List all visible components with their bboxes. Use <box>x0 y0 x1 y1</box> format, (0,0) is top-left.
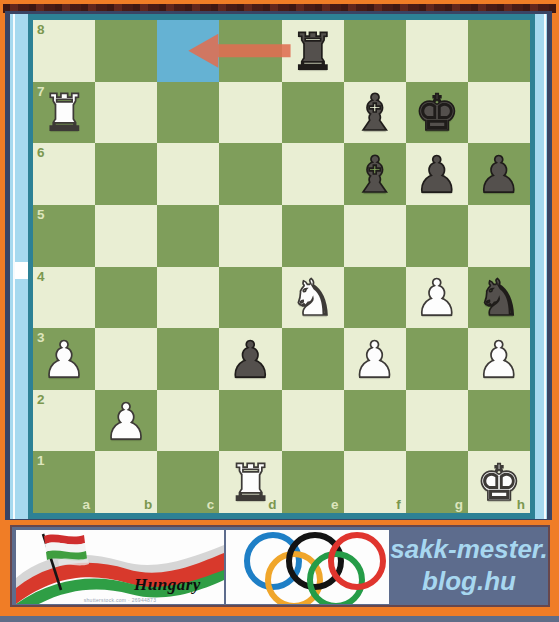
square-c8[interactable] <box>157 20 219 82</box>
black-rook[interactable]: ♜ <box>290 27 335 77</box>
file-label-c: c <box>207 498 215 512</box>
black-pawn[interactable]: ♟ <box>477 150 522 200</box>
square-a5[interactable]: 5 <box>33 205 95 267</box>
square-b1[interactable]: b <box>95 451 157 513</box>
square-a8[interactable]: 8 <box>33 20 95 82</box>
square-e4[interactable]: ♞ <box>282 267 344 329</box>
square-b3[interactable] <box>95 328 157 390</box>
square-b7[interactable] <box>95 82 157 144</box>
square-f2[interactable] <box>344 390 406 452</box>
square-e3[interactable] <box>282 328 344 390</box>
square-g2[interactable] <box>406 390 468 452</box>
square-h5[interactable] <box>468 205 530 267</box>
square-g8[interactable] <box>406 20 468 82</box>
square-d3[interactable]: ♟ <box>219 328 281 390</box>
square-b6[interactable] <box>95 143 157 205</box>
rank-label-6: 6 <box>37 146 45 160</box>
square-c6[interactable] <box>157 143 219 205</box>
square-e1[interactable]: e <box>282 451 344 513</box>
square-h8[interactable] <box>468 20 530 82</box>
white-rook[interactable]: ♜ <box>42 88 87 138</box>
square-b4[interactable] <box>95 267 157 329</box>
square-c5[interactable] <box>157 205 219 267</box>
square-e7[interactable] <box>282 82 344 144</box>
chess-board: 8♜7♜♝♚6♝♟♟54♞♟♞3♟♟♟♟2♟1abcd♜efgh♚ <box>33 20 530 513</box>
white-pawn[interactable]: ♟ <box>352 335 397 385</box>
chess-board-frame: 8♜7♜♝♚6♝♟♟54♞♟♞3♟♟♟♟2♟1abcd♜efgh♚ <box>28 14 535 519</box>
square-a6[interactable]: 6 <box>33 143 95 205</box>
square-h4[interactable]: ♞ <box>468 267 530 329</box>
square-e6[interactable] <box>282 143 344 205</box>
hungary-flag-panel: Hungary shutterstock.com · 26944873 <box>16 530 224 604</box>
square-g3[interactable] <box>406 328 468 390</box>
square-d7[interactable] <box>219 82 281 144</box>
watermark-text: shutterstock.com · 26944873 <box>16 597 224 603</box>
file-label-a: a <box>83 498 91 512</box>
file-label-f: f <box>396 498 401 512</box>
square-e2[interactable] <box>282 390 344 452</box>
square-e8[interactable]: ♜ <box>282 20 344 82</box>
file-label-b: b <box>144 498 152 512</box>
file-label-g: g <box>455 498 463 512</box>
square-f3[interactable]: ♟ <box>344 328 406 390</box>
square-h6[interactable]: ♟ <box>468 143 530 205</box>
square-h7[interactable] <box>468 82 530 144</box>
square-d8[interactable] <box>219 20 281 82</box>
square-c2[interactable] <box>157 390 219 452</box>
site-url-line2: blog.hu <box>422 566 516 598</box>
site-url-text: sakk-mester. blog.hu <box>390 529 548 603</box>
square-b2[interactable]: ♟ <box>95 390 157 452</box>
site-url-line1: sakk-mester. <box>390 534 548 566</box>
square-f5[interactable] <box>344 205 406 267</box>
olympic-rings-icon <box>226 530 389 604</box>
square-d4[interactable] <box>219 267 281 329</box>
rank-label-1: 1 <box>37 454 45 468</box>
square-f6[interactable]: ♝ <box>344 143 406 205</box>
rank-label-2: 2 <box>37 393 45 407</box>
white-pawn[interactable]: ♟ <box>414 273 459 323</box>
bottom-gray-strip <box>0 616 559 622</box>
right-white-line <box>544 14 546 519</box>
black-bishop[interactable]: ♝ <box>352 150 397 200</box>
square-g1[interactable]: g <box>406 451 468 513</box>
square-g7[interactable]: ♚ <box>406 82 468 144</box>
square-c4[interactable] <box>157 267 219 329</box>
screenshot-stage: 8♜7♜♝♚6♝♟♟54♞♟♞3♟♟♟♟2♟1abcd♜efgh♚ Hungar… <box>0 0 559 622</box>
square-f8[interactable] <box>344 20 406 82</box>
rank-label-5: 5 <box>37 208 45 222</box>
white-pawn[interactable]: ♟ <box>477 335 522 385</box>
square-h1[interactable]: h♚ <box>468 451 530 513</box>
square-a2[interactable]: 2 <box>33 390 95 452</box>
black-pawn[interactable]: ♟ <box>414 150 459 200</box>
square-a1[interactable]: 1a <box>33 451 95 513</box>
square-c7[interactable] <box>157 82 219 144</box>
square-g5[interactable] <box>406 205 468 267</box>
square-d2[interactable] <box>219 390 281 452</box>
square-g6[interactable]: ♟ <box>406 143 468 205</box>
white-pawn[interactable]: ♟ <box>104 397 149 447</box>
square-f1[interactable]: f <box>344 451 406 513</box>
square-h2[interactable] <box>468 390 530 452</box>
scrollbar-thumb[interactable] <box>15 262 29 279</box>
black-bishop[interactable]: ♝ <box>352 88 397 138</box>
bottom-banner: Hungary shutterstock.com · 26944873 sakk… <box>10 525 550 607</box>
white-knight[interactable]: ♞ <box>290 273 335 323</box>
square-f7[interactable]: ♝ <box>344 82 406 144</box>
square-e5[interactable] <box>282 205 344 267</box>
hungary-label: Hungary <box>134 575 201 595</box>
square-a4[interactable]: 4 <box>33 267 95 329</box>
black-knight[interactable]: ♞ <box>477 273 522 323</box>
square-f4[interactable] <box>344 267 406 329</box>
white-rook[interactable]: ♜ <box>228 458 273 508</box>
black-king[interactable]: ♚ <box>414 88 459 138</box>
square-g4[interactable]: ♟ <box>406 267 468 329</box>
square-a7[interactable]: 7♜ <box>33 82 95 144</box>
rank-label-8: 8 <box>37 23 45 37</box>
white-king[interactable]: ♚ <box>477 458 522 508</box>
square-d5[interactable] <box>219 205 281 267</box>
white-pawn[interactable]: ♟ <box>42 335 87 385</box>
square-b5[interactable] <box>95 205 157 267</box>
square-d6[interactable] <box>219 143 281 205</box>
square-b8[interactable] <box>95 20 157 82</box>
file-label-e: e <box>331 498 339 512</box>
rank-label-4: 4 <box>37 270 45 284</box>
square-c1[interactable]: c <box>157 451 219 513</box>
square-a3[interactable]: 3♟ <box>33 328 95 390</box>
olympic-rings-panel <box>226 530 389 604</box>
square-h3[interactable]: ♟ <box>468 328 530 390</box>
black-pawn[interactable]: ♟ <box>228 335 273 385</box>
square-d1[interactable]: d♜ <box>219 451 281 513</box>
square-c3[interactable] <box>157 328 219 390</box>
